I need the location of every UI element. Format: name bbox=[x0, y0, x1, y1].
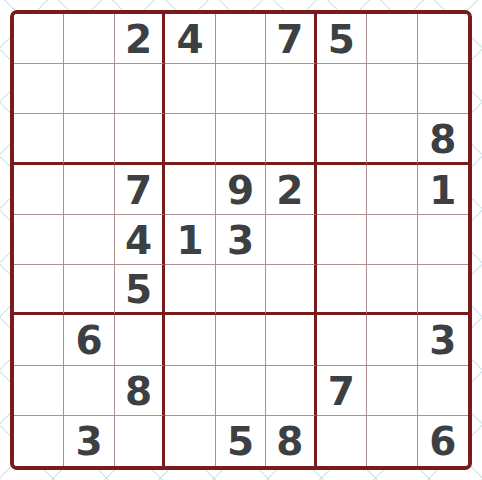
cell-r4c3[interactable]: 7 bbox=[115, 165, 165, 215]
cell-r2c4[interactable] bbox=[165, 64, 215, 114]
cell-r8c2[interactable] bbox=[64, 366, 114, 416]
cell-r3c8[interactable] bbox=[367, 114, 417, 164]
cell-r1c9[interactable] bbox=[418, 14, 468, 64]
cell-r8c6[interactable] bbox=[266, 366, 316, 416]
cell-r5c2[interactable] bbox=[64, 215, 114, 265]
page-background: 247587921413563873586 bbox=[0, 0, 482, 480]
cell-r8c7[interactable]: 7 bbox=[317, 366, 367, 416]
cell-r7c6[interactable] bbox=[266, 315, 316, 365]
cell-r5c1[interactable] bbox=[14, 215, 64, 265]
given-digit: 1 bbox=[429, 171, 456, 210]
given-digit: 1 bbox=[176, 221, 203, 260]
given-digit: 9 bbox=[227, 171, 254, 210]
cell-r6c8[interactable] bbox=[367, 265, 417, 315]
cell-r6c9[interactable] bbox=[418, 265, 468, 315]
cell-r4c2[interactable] bbox=[64, 165, 114, 215]
given-digit: 7 bbox=[276, 20, 303, 59]
given-digit: 7 bbox=[125, 171, 152, 210]
given-digit: 3 bbox=[429, 321, 456, 360]
cell-r9c8[interactable] bbox=[367, 416, 417, 466]
cell-r8c8[interactable] bbox=[367, 366, 417, 416]
cell-r6c7[interactable] bbox=[317, 265, 367, 315]
cell-r1c6[interactable]: 7 bbox=[266, 14, 316, 64]
cell-r2c1[interactable] bbox=[14, 64, 64, 114]
cell-r4c1[interactable] bbox=[14, 165, 64, 215]
cell-r6c4[interactable] bbox=[165, 265, 215, 315]
given-digit: 8 bbox=[125, 372, 152, 411]
cell-r1c3[interactable]: 2 bbox=[115, 14, 165, 64]
cell-r8c3[interactable]: 8 bbox=[115, 366, 165, 416]
given-digit: 2 bbox=[125, 20, 152, 59]
cell-r3c9[interactable]: 8 bbox=[418, 114, 468, 164]
cell-r1c8[interactable] bbox=[367, 14, 417, 64]
given-digit: 8 bbox=[276, 422, 303, 461]
cell-r8c9[interactable] bbox=[418, 366, 468, 416]
cell-r9c2[interactable]: 3 bbox=[64, 416, 114, 466]
cell-r1c1[interactable] bbox=[14, 14, 64, 64]
cell-r7c3[interactable] bbox=[115, 315, 165, 365]
cell-r6c5[interactable] bbox=[216, 265, 266, 315]
cell-r5c4[interactable]: 1 bbox=[165, 215, 215, 265]
cell-r6c6[interactable] bbox=[266, 265, 316, 315]
cell-r6c3[interactable]: 5 bbox=[115, 265, 165, 315]
cell-r1c5[interactable] bbox=[216, 14, 266, 64]
cell-r3c4[interactable] bbox=[165, 114, 215, 164]
cell-r5c9[interactable] bbox=[418, 215, 468, 265]
cell-r7c4[interactable] bbox=[165, 315, 215, 365]
cell-r2c2[interactable] bbox=[64, 64, 114, 114]
cell-r9c3[interactable] bbox=[115, 416, 165, 466]
given-digit: 8 bbox=[429, 120, 456, 159]
cell-r3c6[interactable] bbox=[266, 114, 316, 164]
cell-r1c7[interactable]: 5 bbox=[317, 14, 367, 64]
given-digit: 3 bbox=[76, 422, 103, 461]
cell-r3c7[interactable] bbox=[317, 114, 367, 164]
given-digit: 5 bbox=[227, 422, 254, 461]
cell-r4c6[interactable]: 2 bbox=[266, 165, 316, 215]
cell-r4c7[interactable] bbox=[317, 165, 367, 215]
cell-r7c9[interactable]: 3 bbox=[418, 315, 468, 365]
cell-r4c8[interactable] bbox=[367, 165, 417, 215]
cell-r5c6[interactable] bbox=[266, 215, 316, 265]
given-digit: 3 bbox=[227, 221, 254, 260]
cell-r1c4[interactable]: 4 bbox=[165, 14, 215, 64]
given-digit: 4 bbox=[176, 20, 203, 59]
cell-r6c2[interactable] bbox=[64, 265, 114, 315]
cell-r7c5[interactable] bbox=[216, 315, 266, 365]
cell-r3c1[interactable] bbox=[14, 114, 64, 164]
cell-r4c4[interactable] bbox=[165, 165, 215, 215]
cell-r9c6[interactable]: 8 bbox=[266, 416, 316, 466]
cell-r3c2[interactable] bbox=[64, 114, 114, 164]
given-digit: 5 bbox=[328, 20, 355, 59]
cell-r8c5[interactable] bbox=[216, 366, 266, 416]
cell-r9c5[interactable]: 5 bbox=[216, 416, 266, 466]
cell-r9c4[interactable] bbox=[165, 416, 215, 466]
cell-r8c1[interactable] bbox=[14, 366, 64, 416]
given-digit: 6 bbox=[76, 321, 103, 360]
given-digit: 6 bbox=[429, 422, 456, 461]
cell-r9c9[interactable]: 6 bbox=[418, 416, 468, 466]
cell-r9c7[interactable] bbox=[317, 416, 367, 466]
cell-r7c2[interactable]: 6 bbox=[64, 315, 114, 365]
cell-r8c4[interactable] bbox=[165, 366, 215, 416]
cell-r5c5[interactable]: 3 bbox=[216, 215, 266, 265]
cell-r5c3[interactable]: 4 bbox=[115, 215, 165, 265]
cell-r2c7[interactable] bbox=[317, 64, 367, 114]
cell-r2c8[interactable] bbox=[367, 64, 417, 114]
given-digit: 5 bbox=[125, 270, 152, 309]
cell-r7c8[interactable] bbox=[367, 315, 417, 365]
cell-r7c7[interactable] bbox=[317, 315, 367, 365]
cell-r9c1[interactable] bbox=[14, 416, 64, 466]
sudoku-board: 247587921413563873586 bbox=[10, 10, 472, 470]
cell-r5c7[interactable] bbox=[317, 215, 367, 265]
cell-r7c1[interactable] bbox=[14, 315, 64, 365]
cell-r3c5[interactable] bbox=[216, 114, 266, 164]
given-digit: 4 bbox=[125, 221, 152, 260]
cell-r5c8[interactable] bbox=[367, 215, 417, 265]
cell-r2c6[interactable] bbox=[266, 64, 316, 114]
cell-r2c5[interactable] bbox=[216, 64, 266, 114]
cell-r6c1[interactable] bbox=[14, 265, 64, 315]
given-digit: 7 bbox=[328, 372, 355, 411]
cell-r3c3[interactable] bbox=[115, 114, 165, 164]
cell-r4c5[interactable]: 9 bbox=[216, 165, 266, 215]
given-digit: 2 bbox=[276, 171, 303, 210]
cell-r2c9[interactable] bbox=[418, 64, 468, 114]
cell-r4c9[interactable]: 1 bbox=[418, 165, 468, 215]
cell-r1c2[interactable] bbox=[64, 14, 114, 64]
cell-r2c3[interactable] bbox=[115, 64, 165, 114]
